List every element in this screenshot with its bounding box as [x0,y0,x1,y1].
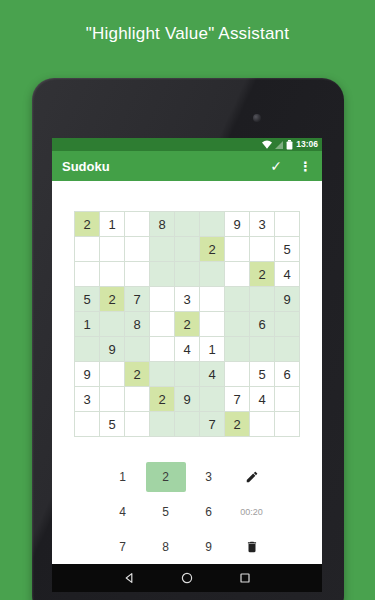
cell-r7c6[interactable]: 4 [200,362,224,386]
overflow-menu-icon[interactable]: ⋮ [299,159,312,174]
cell-r9c7[interactable]: 2 [225,412,249,436]
status-time: 13:06 [296,140,318,149]
front-camera [253,114,261,122]
cell-r6c3[interactable] [125,337,149,361]
cell-r8c4[interactable]: 2 [150,387,174,411]
recents-button[interactable] [239,572,251,584]
back-icon [123,572,135,584]
numpad-9[interactable]: 9 [187,529,230,564]
cell-r6c9[interactable] [275,337,299,361]
device-screen: 13:06 Sudoku ✓ ⋮ 21893252452739182694192… [52,138,322,592]
tablet-device-frame: 13:06 Sudoku ✓ ⋮ 21893252452739182694192… [32,78,344,600]
cell-r6c4[interactable] [150,337,174,361]
cell-r8c8[interactable]: 4 [250,387,274,411]
cell-r6c2[interactable]: 9 [100,337,124,361]
sudoku-board: 2189325245273918269419245632974572 [74,211,300,437]
cell-r3c2[interactable] [100,262,124,286]
cell-r5c5[interactable]: 2 [175,312,199,336]
cell-r8c5[interactable]: 9 [175,387,199,411]
cell-r2c2[interactable] [100,237,124,261]
cell-r4c5[interactable]: 3 [175,287,199,311]
cell-r8c7[interactable]: 7 [225,387,249,411]
cell-r2c4[interactable] [150,237,174,261]
home-icon [181,572,193,584]
cell-r3c7[interactable] [225,262,249,286]
cell-r9c6[interactable]: 7 [200,412,224,436]
cell-r9c4[interactable] [150,412,174,436]
cell-r7c9[interactable]: 6 [275,362,299,386]
cell-r5c8[interactable]: 6 [250,312,274,336]
cell-r4c7[interactable] [225,287,249,311]
cell-r3c3[interactable] [125,262,149,286]
cell-r1c8[interactable]: 3 [250,212,274,236]
cell-r9c8[interactable] [250,412,274,436]
content-area: 2189325245273918269419245632974572 00:20… [52,181,322,564]
numpad-8[interactable]: 8 [144,529,187,564]
check-icon[interactable]: ✓ [270,158,282,174]
cell-r8c6[interactable] [200,387,224,411]
numpad-1[interactable]: 1 [101,459,144,494]
cell-r9c9[interactable] [275,412,299,436]
cell-r1c2[interactable]: 1 [100,212,124,236]
numpad-3[interactable]: 3 [187,459,230,494]
cell-r5c1[interactable]: 1 [75,312,99,336]
cell-r3c8[interactable]: 2 [250,262,274,286]
cell-r8c2[interactable] [100,387,124,411]
navigation-bar [52,564,322,592]
cell-r3c4[interactable] [150,262,174,286]
cell-r4c2[interactable]: 2 [100,287,124,311]
cell-r2c6[interactable]: 2 [200,237,224,261]
cell-r7c8[interactable]: 5 [250,362,274,386]
pencil-button[interactable] [230,459,273,494]
cell-r9c5[interactable] [175,412,199,436]
cell-r5c7[interactable] [225,312,249,336]
cell-r1c1[interactable]: 2 [75,212,99,236]
cell-r2c3[interactable] [125,237,149,261]
cell-r9c3[interactable] [125,412,149,436]
cell-r5c9[interactable] [275,312,299,336]
cell-r7c3[interactable]: 2 [125,362,149,386]
number-pad: 00:20 123456789 [101,459,273,564]
cell-r7c1[interactable]: 9 [75,362,99,386]
cell-r6c6[interactable]: 1 [200,337,224,361]
battery-icon [286,140,293,150]
trash-button[interactable] [230,529,273,564]
back-button[interactable] [123,572,135,584]
numpad-7[interactable]: 7 [101,529,144,564]
cell-r3c9[interactable]: 4 [275,262,299,286]
cell-r9c1[interactable] [75,412,99,436]
cell-r2c8[interactable] [250,237,274,261]
status-bar: 13:06 [52,138,322,151]
cell-r6c5[interactable]: 4 [175,337,199,361]
cell-r1c7[interactable]: 9 [225,212,249,236]
cell-r3c6[interactable] [200,262,224,286]
cell-r5c3[interactable]: 8 [125,312,149,336]
cell-r2c1[interactable] [75,237,99,261]
wifi-icon [262,140,272,149]
cell-r3c5[interactable] [175,262,199,286]
recents-icon [239,572,251,584]
cell-r6c7[interactable] [225,337,249,361]
cell-r4c6[interactable] [200,287,224,311]
cell-r8c1[interactable]: 3 [75,387,99,411]
cell-r6c1[interactable] [75,337,99,361]
cell-r4c1[interactable]: 5 [75,287,99,311]
cell-r5c6[interactable] [200,312,224,336]
cell-r1c6[interactable] [200,212,224,236]
app-bar-title: Sudoku [62,159,270,174]
pencil-icon [245,470,259,484]
cell-r5c2[interactable] [100,312,124,336]
cell-r1c5[interactable] [175,212,199,236]
cell-r2c5[interactable] [175,237,199,261]
numpad-2[interactable]: 2 [144,459,187,494]
timer-display: 00:20 [230,494,273,529]
cell-r4c4[interactable] [150,287,174,311]
numpad-6[interactable]: 6 [187,494,230,529]
cell-r8c3[interactable] [125,387,149,411]
cell-r4c3[interactable]: 7 [125,287,149,311]
trash-icon [245,540,259,554]
cell-r4c8[interactable] [250,287,274,311]
cell-r1c9[interactable] [275,212,299,236]
page-title: "Highlight Value" Assistant [0,24,375,44]
cell-r5c4[interactable] [150,312,174,336]
cell-r2c9[interactable]: 5 [275,237,299,261]
home-button[interactable] [181,572,193,584]
cell-r4c9[interactable]: 9 [275,287,299,311]
cell-r7c5[interactable] [175,362,199,386]
cell-r7c2[interactable] [100,362,124,386]
cellular-icon [275,141,283,149]
cell-r3c1[interactable] [75,262,99,286]
cell-r9c2[interactable]: 5 [100,412,124,436]
cell-r8c9[interactable] [275,387,299,411]
cell-r6c8[interactable] [250,337,274,361]
cell-r7c7[interactable] [225,362,249,386]
numpad-4[interactable]: 4 [101,494,144,529]
cell-r7c4[interactable] [150,362,174,386]
cell-r2c7[interactable] [225,237,249,261]
app-bar: Sudoku ✓ ⋮ [52,151,322,181]
cell-r1c4[interactable]: 8 [150,212,174,236]
numpad-5[interactable]: 5 [144,494,187,529]
cell-r1c3[interactable] [125,212,149,236]
